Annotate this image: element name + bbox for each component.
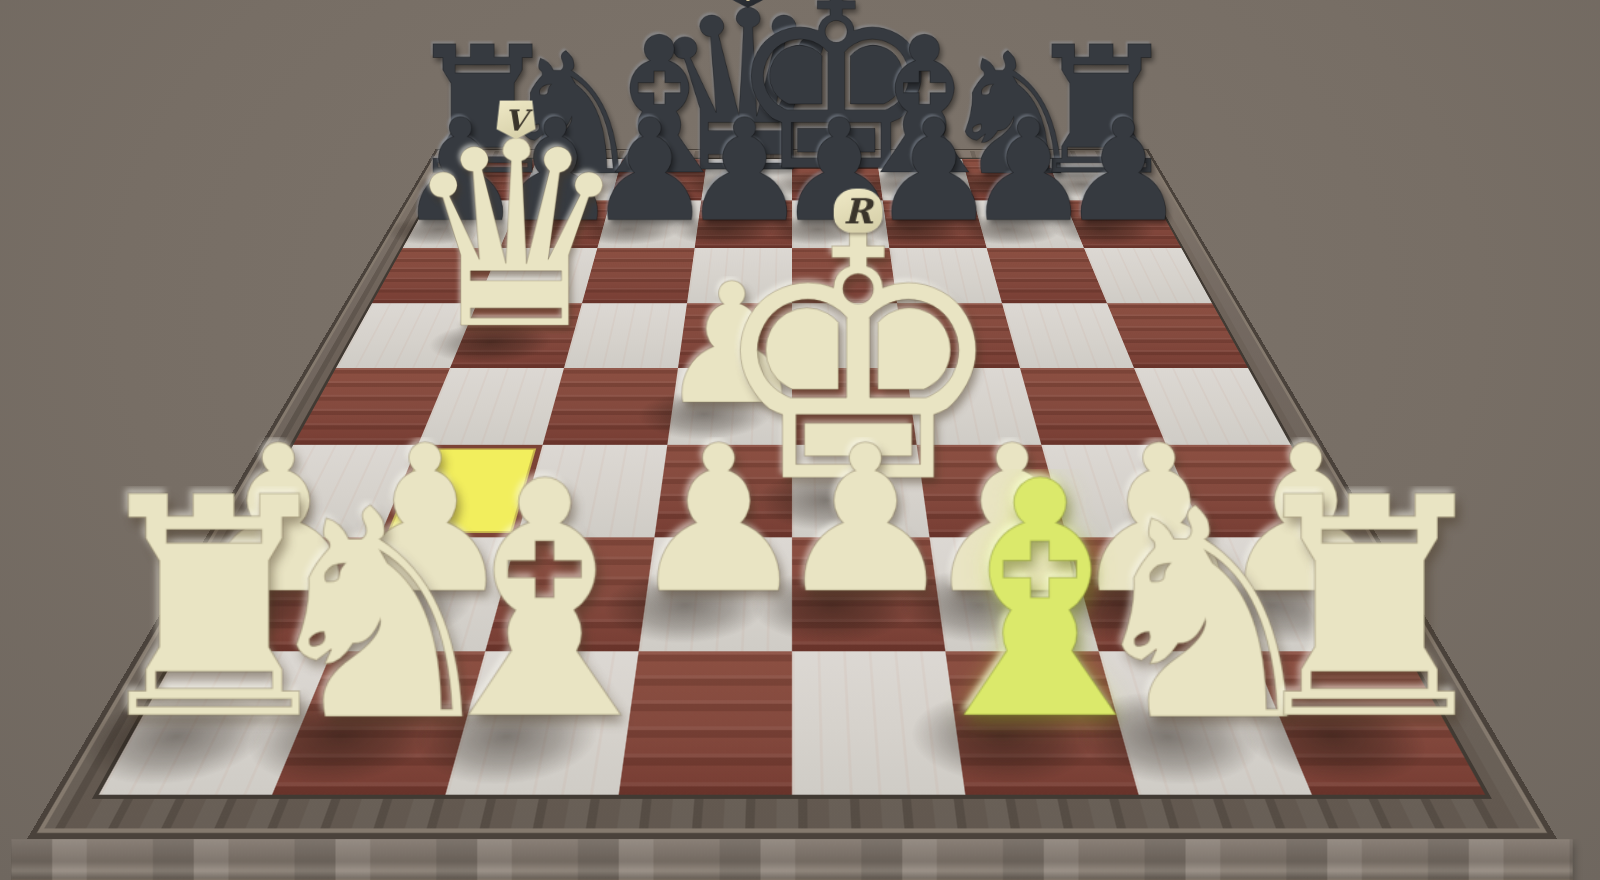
chess-board: ♜♞♝V♛R♚♝♞♜♟♟♟♟♟♟♟♟V♛♟R♚♟♟♟♟♟♟♟♜♞♝♝♞♜ xyxy=(27,149,1557,839)
crown-letter-king: R xyxy=(834,189,883,233)
white-rook-glyph: ♜ xyxy=(1233,486,1506,735)
white-bishop-glyph: ♝ xyxy=(894,468,1186,735)
square-b7[interactable] xyxy=(500,200,611,248)
board-frame: ♜♞♝V♛R♚♝♞♜♟♟♟♟♟♟♟♟V♛♟R♚♟♟♟♟♟♟♟♜♞♝♝♞♜ xyxy=(27,149,1557,839)
white-bishop-glyph: ♝ xyxy=(398,468,690,735)
piece-white-bishop-c1[interactable]: ♝ xyxy=(445,651,638,795)
chess-scene: ♜♞♝V♛R♚♝♞♜♟♟♟♟♟♟♟♟V♛♟R♚♟♟♟♟♟♟♟♜♞♝♝♞♜ xyxy=(0,0,1600,880)
square-c8[interactable] xyxy=(611,159,707,201)
square-c7[interactable] xyxy=(597,200,701,248)
square-b8[interactable] xyxy=(520,159,622,201)
board-front-edge xyxy=(11,839,1573,880)
square-h6[interactable] xyxy=(1084,248,1212,303)
white-rook-glyph: ♜ xyxy=(78,486,351,735)
piece-white-rook-h1[interactable]: ♜ xyxy=(1252,651,1485,795)
